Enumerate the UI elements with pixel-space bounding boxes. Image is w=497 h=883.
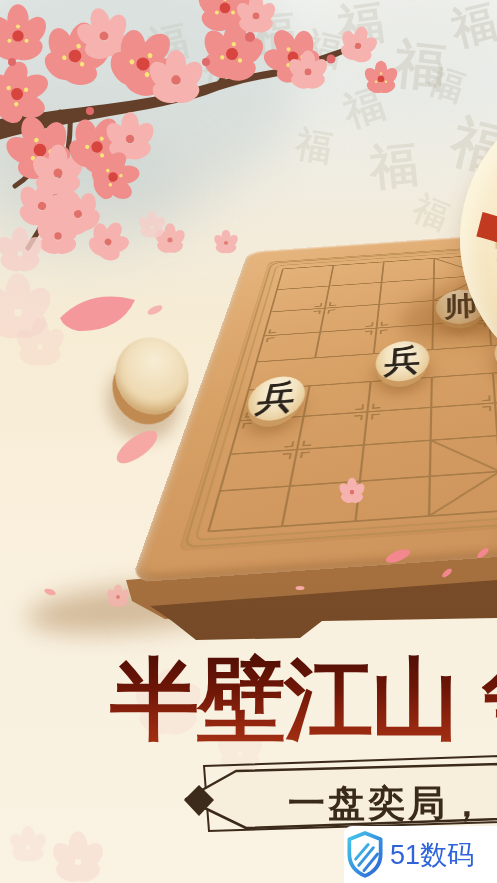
piece-glyph: 兵 xyxy=(383,344,421,377)
bg-calligraphy-char: 福 xyxy=(339,83,389,133)
bg-calligraphy-char: 福 xyxy=(447,0,497,53)
bg-calligraphy-char: 福 xyxy=(202,50,240,88)
bg-calligraphy-char: 福 xyxy=(300,26,345,71)
bg-calligraphy-char: 福 xyxy=(335,0,387,51)
board-surface[interactable]: 帅兵兵兵将 xyxy=(178,232,497,552)
bg-calligraphy-char: 福 xyxy=(368,140,421,193)
bg-calligraphy-char: 福 xyxy=(250,10,298,58)
cloud-wash xyxy=(300,0,497,140)
title-text: 半壁江山 xyxy=(110,648,458,753)
bg-calligraphy-char: 福 xyxy=(144,20,191,67)
splash-screen: 福福福福福福福福福福福福福福 帅兵兵兵将 将 xyxy=(0,0,497,883)
board-grid xyxy=(178,232,497,552)
blossom-branch xyxy=(0,36,358,248)
watermark-label: 51数码 xyxy=(390,837,474,873)
shield-stripes-icon xyxy=(344,831,386,879)
xiangqi-board[interactable]: 帅兵兵兵将 xyxy=(130,219,497,583)
piece-glyph: 兵 xyxy=(253,380,298,416)
bg-calligraphy-char: 福 xyxy=(409,191,453,235)
title: 半壁江山 争 xyxy=(110,648,497,753)
cloud-wash xyxy=(0,130,190,260)
cloud-wash xyxy=(0,0,300,210)
bg-calligraphy-char: 福 xyxy=(293,125,335,167)
bg-calligraphy-char: 福 xyxy=(423,61,468,106)
board-shadow xyxy=(24,577,237,641)
face-down-piece xyxy=(103,325,202,427)
title-partial-char: 争 xyxy=(482,648,497,753)
bg-calligraphy-char: 福 xyxy=(391,37,448,94)
banner-text: 一盘奕局， xyxy=(288,783,488,824)
watermark: 51数码 xyxy=(344,826,497,883)
